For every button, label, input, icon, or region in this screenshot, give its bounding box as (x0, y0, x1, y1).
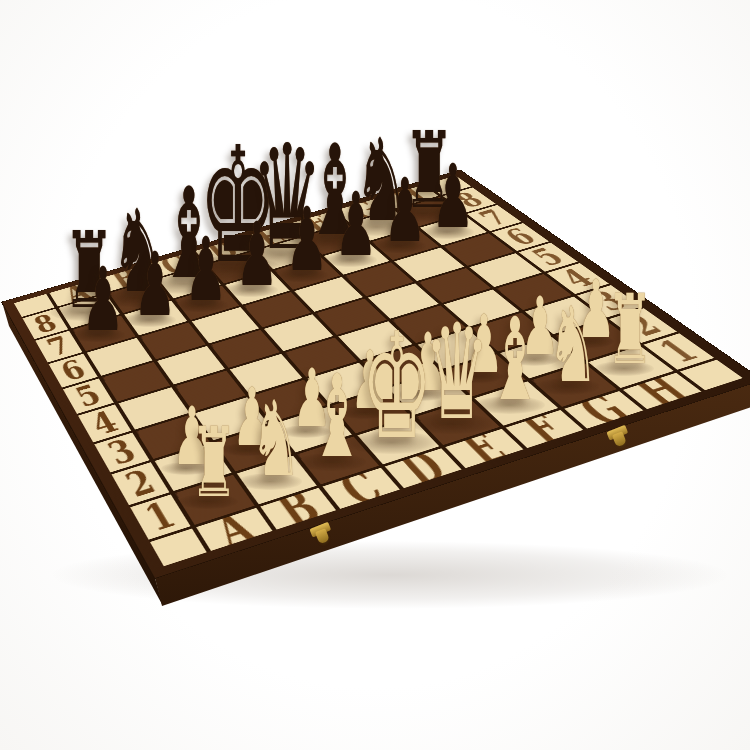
piece-black-pawn-h7[interactable]: ♟ (431, 152, 474, 240)
piece-black-pawn-g7[interactable]: ♟ (383, 167, 426, 255)
piece-white-knight-g1[interactable]: ♞ (548, 293, 599, 397)
piece-white-rook-a1[interactable]: ♜ (190, 415, 237, 511)
piece-black-pawn-a7[interactable]: ♟ (82, 256, 125, 344)
piece-white-bishop-f1[interactable]: ♝ (487, 303, 543, 417)
rank-number: 8 (30, 311, 61, 337)
rank-number: 4 (86, 407, 123, 440)
rank-number: 5 (71, 381, 106, 412)
piece-black-pawn-e7[interactable]: ♟ (285, 196, 328, 284)
chess-set-photo: ABCDEFGH8877665544332211ABCDEFGH ♜♞♝♚♛♝♞… (0, 0, 750, 750)
piece-black-pawn-f7[interactable]: ♟ (334, 181, 377, 269)
rank-number: 3 (103, 435, 141, 470)
piece-white-bishop-c1[interactable]: ♝ (309, 360, 365, 474)
rank-number: 6 (56, 356, 89, 385)
piece-white-knight-b1[interactable]: ♞ (250, 388, 301, 492)
rank-number: 1 (139, 497, 181, 537)
piece-black-pawn-c7[interactable]: ♟ (185, 225, 228, 313)
piece-black-pawn-b7[interactable]: ♟ (133, 240, 176, 328)
piece-white-queen-e1[interactable]: ♛ (424, 306, 489, 438)
piece-black-pawn-d7[interactable]: ♟ (235, 210, 278, 298)
rank-number: 7 (43, 333, 75, 361)
piece-white-rook-h1[interactable]: ♜ (606, 282, 653, 378)
piece-white-king-d1[interactable]: ♚ (361, 312, 433, 458)
rank-number: 2 (120, 465, 160, 502)
